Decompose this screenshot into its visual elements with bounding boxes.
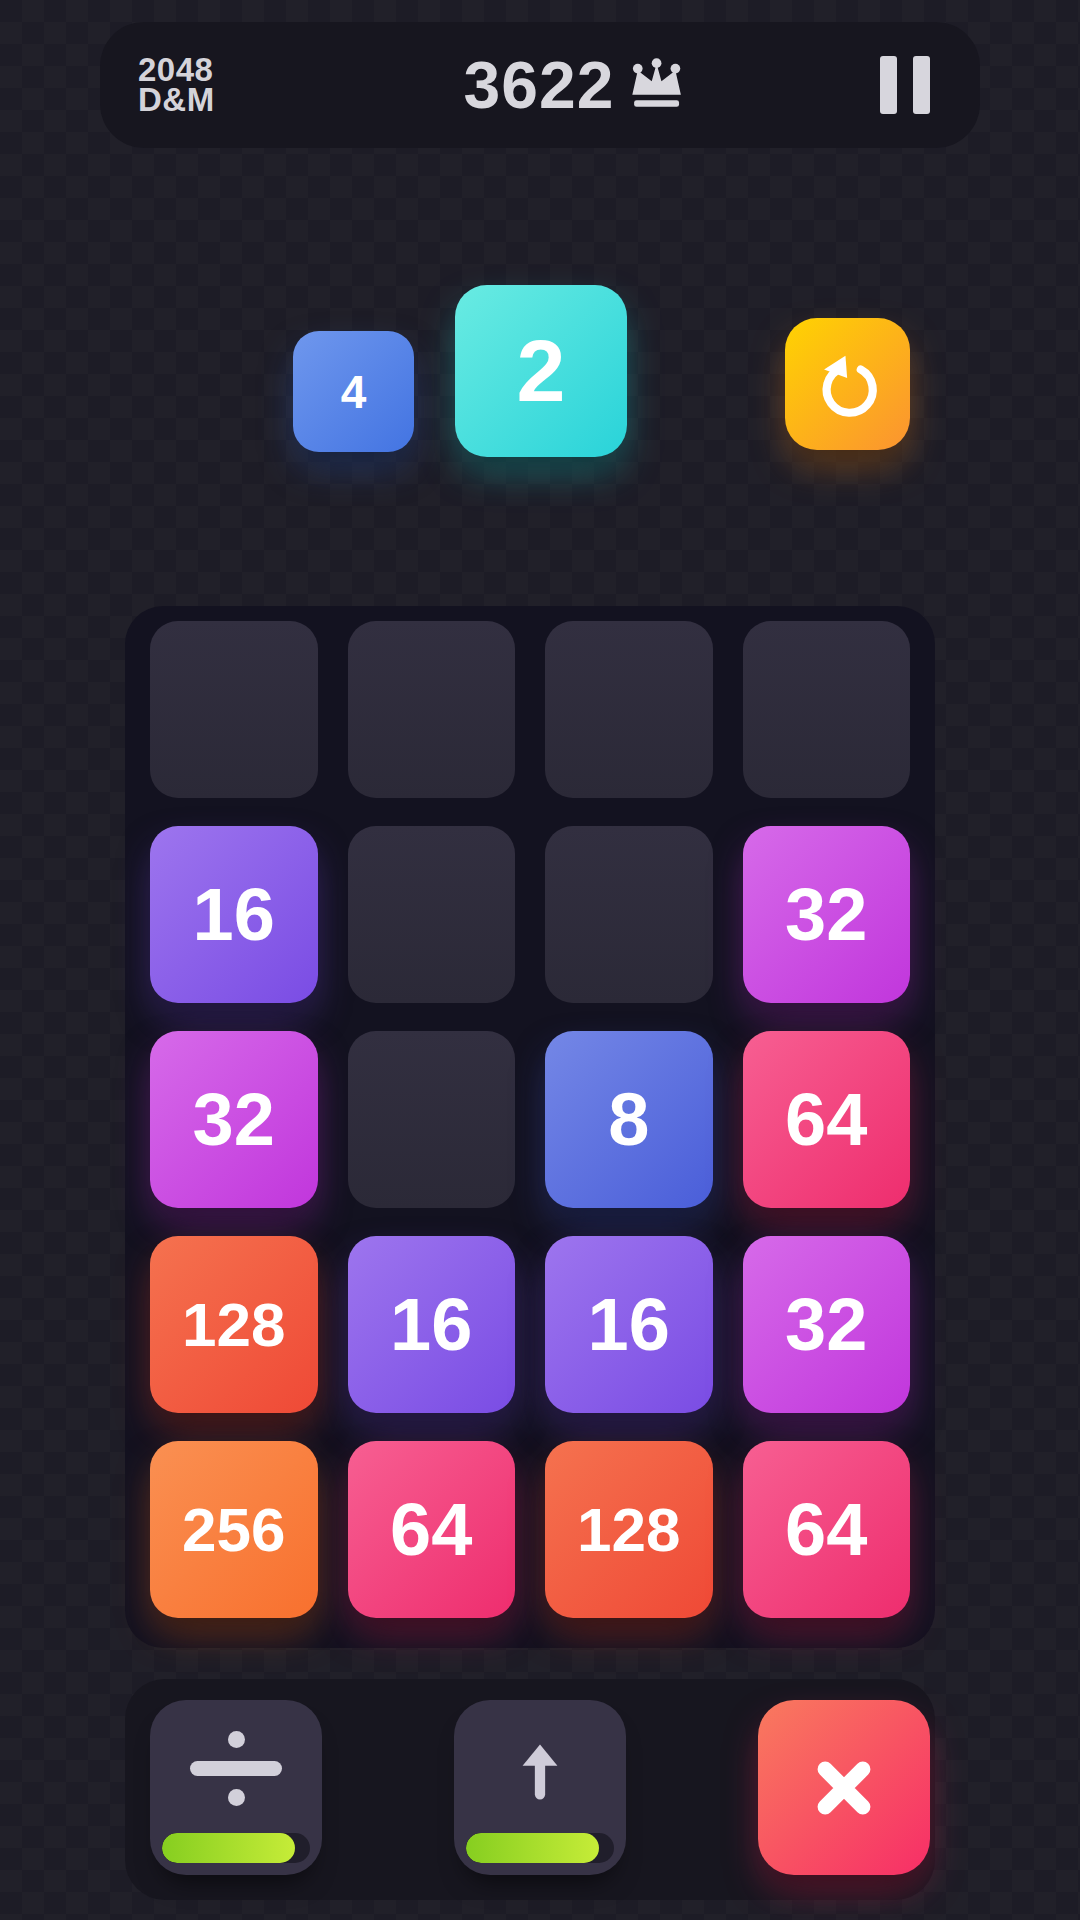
empty-cell[interactable] [545,621,713,798]
tile-32[interactable]: 32 [150,1031,318,1208]
tile-16[interactable]: 16 [348,1236,516,1413]
divide-icon [150,1714,322,1823]
pause-button[interactable] [870,46,940,124]
tile-32[interactable]: 32 [743,826,911,1003]
rotate-ccw-icon [807,343,889,425]
tile-64[interactable]: 64 [348,1441,516,1618]
divide-powerup-button[interactable] [150,1700,322,1875]
divide-charge-bar [162,1833,310,1863]
empty-cell[interactable] [150,621,318,798]
empty-cell[interactable] [348,826,516,1003]
tile-64[interactable]: 64 [743,1441,911,1618]
header-bar: 2048 D&M 3622 [100,22,980,148]
powerup-panel [125,1679,935,1900]
logo-line-2: D&M [138,85,215,115]
queue-next-tile: 4 [293,331,414,452]
empty-cell[interactable] [545,826,713,1003]
tile-128[interactable]: 128 [150,1236,318,1413]
tile-32[interactable]: 32 [743,1236,911,1413]
score-display: 3622 [464,47,691,123]
empty-cell[interactable] [348,621,516,798]
delete-tile-button[interactable] [758,1700,930,1875]
tile-256[interactable]: 256 [150,1441,318,1618]
empty-cell[interactable] [743,621,911,798]
arrow-up-powerup-button[interactable] [454,1700,626,1875]
tile-16[interactable]: 16 [545,1236,713,1413]
tile-16[interactable]: 16 [150,826,318,1003]
pause-icon [880,56,897,114]
pause-icon [913,56,930,114]
crown-icon [622,58,690,112]
score-value: 3622 [464,47,615,123]
tile-128[interactable]: 128 [545,1441,713,1618]
queue-current-tile[interactable]: 2 [455,285,627,457]
tile-8[interactable]: 8 [545,1031,713,1208]
tile-64[interactable]: 64 [743,1031,911,1208]
arrow-up-icon [454,1714,626,1823]
board: 1632328641281616322566412864 [125,606,935,1648]
arrow-up-charge-bar [466,1833,614,1863]
app-logo: 2048 D&M [138,55,215,115]
empty-cell[interactable] [348,1031,516,1208]
game-screen: 2048 D&M 3622 4 2 [0,0,1080,1920]
undo-button[interactable] [785,318,910,450]
x-icon [801,1745,887,1831]
